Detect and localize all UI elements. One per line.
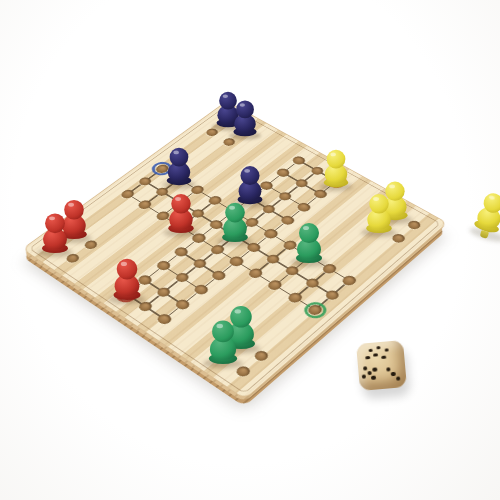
die-pip — [361, 374, 366, 379]
peg-yellow — [324, 150, 348, 188]
peg-part — [171, 194, 191, 214]
die — [356, 340, 407, 391]
peg-part — [369, 194, 389, 214]
die-pip — [363, 366, 368, 371]
peg-blue — [167, 148, 191, 186]
peg-part — [225, 203, 245, 223]
die-pip — [373, 353, 378, 357]
ludo-board — [0, 0, 500, 500]
peg-yellow — [366, 194, 391, 234]
peg-red — [168, 194, 193, 234]
die-pip — [381, 355, 386, 359]
die-pip — [391, 372, 396, 377]
die-pip — [365, 356, 370, 360]
die-pip — [368, 348, 373, 352]
peg-red — [113, 259, 140, 301]
peg-green — [209, 321, 237, 366]
peg-green — [222, 203, 248, 243]
die-pip — [367, 371, 372, 376]
die-pip — [386, 367, 391, 372]
peg-green — [296, 223, 322, 264]
peg-red — [42, 213, 68, 254]
peg-blue — [234, 101, 257, 138]
die-pip — [396, 376, 401, 381]
die-pip — [372, 367, 377, 372]
die-pip — [376, 346, 381, 350]
die-pip — [384, 348, 389, 352]
peg-part — [116, 259, 137, 280]
die-pip — [371, 375, 376, 380]
peg-blue — [238, 167, 263, 206]
ludo-photo-scene — [0, 0, 500, 500]
